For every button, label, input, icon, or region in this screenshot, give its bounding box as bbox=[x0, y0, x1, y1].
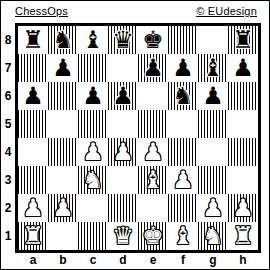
rank-label-4: 4 bbox=[1, 138, 15, 166]
file-label-a: a bbox=[18, 253, 48, 267]
square-g8 bbox=[198, 26, 228, 54]
square-h2: ♟ bbox=[228, 194, 258, 222]
square-a6: ♟ bbox=[18, 82, 48, 110]
square-d1: ♛ bbox=[108, 222, 138, 250]
file-label-d: d bbox=[108, 253, 138, 267]
chessops-title-link[interactable]: ChessOps bbox=[15, 5, 68, 17]
white-bishop-e3: ♝ bbox=[138, 166, 168, 194]
white-bishop-f1: ♝ bbox=[168, 222, 198, 250]
square-f1: ♝ bbox=[168, 222, 198, 250]
square-g6: ♟ bbox=[198, 82, 228, 110]
file-label-g: g bbox=[198, 253, 228, 267]
square-h3 bbox=[228, 166, 258, 194]
square-e7: ♟ bbox=[138, 54, 168, 82]
square-g2: ♟ bbox=[198, 194, 228, 222]
white-pawn-d4: ♟ bbox=[108, 138, 138, 166]
square-f7: ♟ bbox=[168, 54, 198, 82]
file-label-c: c bbox=[78, 253, 108, 267]
black-pawn-c6: ♟ bbox=[78, 82, 108, 110]
rank-label-5: 5 bbox=[1, 110, 15, 138]
black-pawn-h7: ♟ bbox=[228, 54, 258, 82]
square-h8: ♜ bbox=[228, 26, 258, 54]
square-h1: ♜ bbox=[228, 222, 258, 250]
rank-label-8: 8 bbox=[1, 26, 15, 54]
square-d8: ♛ bbox=[108, 26, 138, 54]
rank-label-6: 6 bbox=[1, 82, 15, 110]
square-h4 bbox=[228, 138, 258, 166]
white-pawn-g2: ♟ bbox=[198, 194, 228, 222]
white-rook-h1: ♜ bbox=[228, 222, 258, 250]
square-a7 bbox=[18, 54, 48, 82]
square-e8: ♚ bbox=[138, 26, 168, 54]
square-g5 bbox=[198, 110, 228, 138]
chess-board: ♜♞♝♛♚♜♟♟♟♝♟♟♟♟♞♟♟♟♟♞♝♟♟♟♟♟♜♛♚♝♞♜ bbox=[18, 26, 258, 250]
square-b1 bbox=[48, 222, 78, 250]
black-pawn-a6: ♟ bbox=[18, 82, 48, 110]
square-b4 bbox=[48, 138, 78, 166]
black-bishop-g7: ♝ bbox=[198, 54, 228, 82]
square-d6: ♟ bbox=[108, 82, 138, 110]
file-label-h: h bbox=[228, 253, 258, 267]
square-a2: ♟ bbox=[18, 194, 48, 222]
white-king-e1: ♚ bbox=[138, 222, 168, 250]
square-c4: ♟ bbox=[78, 138, 108, 166]
square-f2 bbox=[168, 194, 198, 222]
square-e6 bbox=[138, 82, 168, 110]
square-f5 bbox=[168, 110, 198, 138]
eudesign-credit-link[interactable]: © EUdesign bbox=[196, 5, 257, 17]
black-knight-b8: ♞ bbox=[48, 26, 78, 54]
rank-labels: 87654321 bbox=[1, 26, 15, 250]
rank-label-1: 1 bbox=[1, 222, 15, 250]
header: ChessOps © EUdesign bbox=[15, 5, 257, 17]
board-frame: ♜♞♝♛♚♜♟♟♟♝♟♟♟♟♞♟♟♟♟♞♝♟♟♟♟♟♜♛♚♝♞♜ bbox=[15, 23, 261, 253]
square-d2 bbox=[108, 194, 138, 222]
black-pawn-f7: ♟ bbox=[168, 54, 198, 82]
square-d7 bbox=[108, 54, 138, 82]
black-pawn-d6: ♟ bbox=[108, 82, 138, 110]
square-b7: ♟ bbox=[48, 54, 78, 82]
black-king-e8: ♚ bbox=[138, 26, 168, 54]
square-b2: ♟ bbox=[48, 194, 78, 222]
square-d3 bbox=[108, 166, 138, 194]
white-pawn-f3: ♟ bbox=[168, 166, 198, 194]
square-c2 bbox=[78, 194, 108, 222]
square-d5 bbox=[108, 110, 138, 138]
square-e2 bbox=[138, 194, 168, 222]
rank-label-2: 2 bbox=[1, 194, 15, 222]
black-knight-f6: ♞ bbox=[168, 82, 198, 110]
black-rook-h8: ♜ bbox=[228, 26, 258, 54]
white-pawn-c4: ♟ bbox=[78, 138, 108, 166]
white-knight-g1: ♞ bbox=[198, 222, 228, 250]
white-knight-c3: ♞ bbox=[78, 166, 108, 194]
square-a3 bbox=[18, 166, 48, 194]
square-h6 bbox=[228, 82, 258, 110]
square-e4: ♟ bbox=[138, 138, 168, 166]
square-f6: ♞ bbox=[168, 82, 198, 110]
file-label-f: f bbox=[168, 253, 198, 267]
black-queen-d8: ♛ bbox=[108, 26, 138, 54]
square-f8 bbox=[168, 26, 198, 54]
white-pawn-e4: ♟ bbox=[138, 138, 168, 166]
square-b6 bbox=[48, 82, 78, 110]
square-a5 bbox=[18, 110, 48, 138]
square-a1: ♜ bbox=[18, 222, 48, 250]
square-g1: ♞ bbox=[198, 222, 228, 250]
white-pawn-b2: ♟ bbox=[48, 194, 78, 222]
black-pawn-b7: ♟ bbox=[48, 54, 78, 82]
square-d4: ♟ bbox=[108, 138, 138, 166]
square-c6: ♟ bbox=[78, 82, 108, 110]
file-label-b: b bbox=[48, 253, 78, 267]
square-b3 bbox=[48, 166, 78, 194]
black-pawn-e7: ♟ bbox=[138, 54, 168, 82]
square-e3: ♝ bbox=[138, 166, 168, 194]
square-g7: ♝ bbox=[198, 54, 228, 82]
white-pawn-h2: ♟ bbox=[228, 194, 258, 222]
black-pawn-g6: ♟ bbox=[198, 82, 228, 110]
black-rook-a8: ♜ bbox=[18, 26, 48, 54]
rank-label-7: 7 bbox=[1, 54, 15, 82]
black-bishop-c8: ♝ bbox=[78, 26, 108, 54]
square-a4 bbox=[18, 138, 48, 166]
square-f4 bbox=[168, 138, 198, 166]
square-c5 bbox=[78, 110, 108, 138]
white-queen-d1: ♛ bbox=[108, 222, 138, 250]
square-h7: ♟ bbox=[228, 54, 258, 82]
square-f3: ♟ bbox=[168, 166, 198, 194]
square-c8: ♝ bbox=[78, 26, 108, 54]
square-h5 bbox=[228, 110, 258, 138]
chessops-diagram-page: ChessOps © EUdesign 87654321 ♜♞♝♛♚♜♟♟♟♝♟… bbox=[0, 0, 270, 270]
white-pawn-a2: ♟ bbox=[18, 194, 48, 222]
square-b8: ♞ bbox=[48, 26, 78, 54]
square-g3 bbox=[198, 166, 228, 194]
file-labels: abcdefgh bbox=[18, 253, 258, 267]
square-c1 bbox=[78, 222, 108, 250]
rank-label-3: 3 bbox=[1, 166, 15, 194]
square-b5 bbox=[48, 110, 78, 138]
square-c7 bbox=[78, 54, 108, 82]
square-a8: ♜ bbox=[18, 26, 48, 54]
square-g4 bbox=[198, 138, 228, 166]
square-e1: ♚ bbox=[138, 222, 168, 250]
square-c3: ♞ bbox=[78, 166, 108, 194]
white-rook-a1: ♜ bbox=[18, 222, 48, 250]
file-label-e: e bbox=[138, 253, 168, 267]
square-e5 bbox=[138, 110, 168, 138]
